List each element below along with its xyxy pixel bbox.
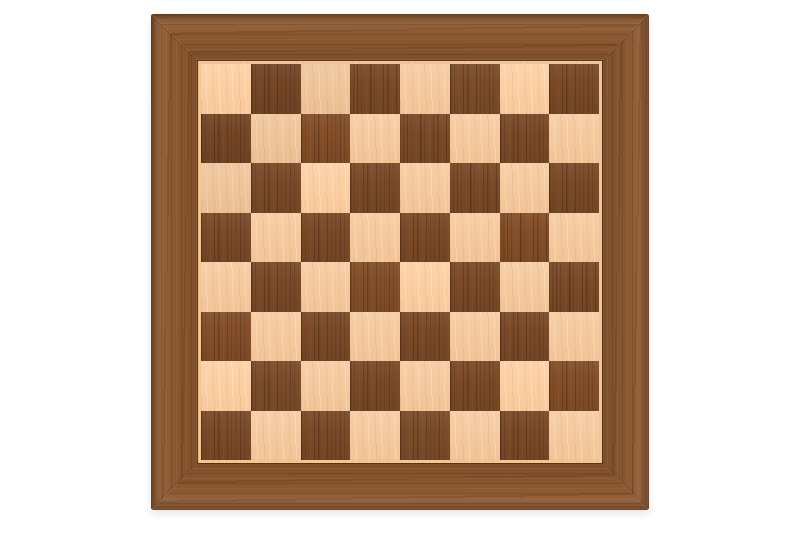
square-b7[interactable] <box>251 114 301 164</box>
square-b8[interactable] <box>251 64 301 114</box>
square-h6[interactable] <box>549 163 599 213</box>
square-d5[interactable] <box>350 213 400 263</box>
square-g3[interactable] <box>500 312 550 362</box>
square-f1[interactable] <box>450 411 500 461</box>
square-a3[interactable] <box>201 312 251 362</box>
square-h5[interactable] <box>549 213 599 263</box>
playing-field <box>201 64 599 460</box>
square-h1[interactable] <box>549 411 599 461</box>
board-frame-left-rail <box>151 14 198 510</box>
square-a5[interactable] <box>201 213 251 263</box>
maple-inlay-border <box>198 61 602 463</box>
square-d1[interactable] <box>350 411 400 461</box>
square-f2[interactable] <box>450 361 500 411</box>
square-d6[interactable] <box>350 163 400 213</box>
square-e1[interactable] <box>400 411 450 461</box>
square-g1[interactable] <box>500 411 550 461</box>
square-f6[interactable] <box>450 163 500 213</box>
square-d2[interactable] <box>350 361 400 411</box>
square-b5[interactable] <box>251 213 301 263</box>
square-h8[interactable] <box>549 64 599 114</box>
square-g2[interactable] <box>500 361 550 411</box>
square-g6[interactable] <box>500 163 550 213</box>
photo-background <box>0 0 800 533</box>
square-c6[interactable] <box>301 163 351 213</box>
square-h3[interactable] <box>549 312 599 362</box>
square-a8[interactable] <box>201 64 251 114</box>
square-h7[interactable] <box>549 114 599 164</box>
square-e7[interactable] <box>400 114 450 164</box>
square-f5[interactable] <box>450 213 500 263</box>
square-a2[interactable] <box>201 361 251 411</box>
chess-board <box>151 14 649 510</box>
square-h4[interactable] <box>549 262 599 312</box>
square-e3[interactable] <box>400 312 450 362</box>
square-b3[interactable] <box>251 312 301 362</box>
square-d4[interactable] <box>350 262 400 312</box>
square-d3[interactable] <box>350 312 400 362</box>
square-b2[interactable] <box>251 361 301 411</box>
square-g8[interactable] <box>500 64 550 114</box>
square-a4[interactable] <box>201 262 251 312</box>
square-c1[interactable] <box>301 411 351 461</box>
square-b6[interactable] <box>251 163 301 213</box>
square-f3[interactable] <box>450 312 500 362</box>
square-f4[interactable] <box>450 262 500 312</box>
square-e4[interactable] <box>400 262 450 312</box>
square-h2[interactable] <box>549 361 599 411</box>
square-a6[interactable] <box>201 163 251 213</box>
square-c5[interactable] <box>301 213 351 263</box>
square-b1[interactable] <box>251 411 301 461</box>
square-g5[interactable] <box>500 213 550 263</box>
square-e6[interactable] <box>400 163 450 213</box>
square-c2[interactable] <box>301 361 351 411</box>
square-f8[interactable] <box>450 64 500 114</box>
square-e2[interactable] <box>400 361 450 411</box>
board-frame-right-rail <box>602 14 649 510</box>
square-g4[interactable] <box>500 262 550 312</box>
square-d7[interactable] <box>350 114 400 164</box>
square-a7[interactable] <box>201 114 251 164</box>
square-b4[interactable] <box>251 262 301 312</box>
square-e8[interactable] <box>400 64 450 114</box>
square-e5[interactable] <box>400 213 450 263</box>
square-c3[interactable] <box>301 312 351 362</box>
square-a1[interactable] <box>201 411 251 461</box>
square-f7[interactable] <box>450 114 500 164</box>
square-g7[interactable] <box>500 114 550 164</box>
board-frame-bottom-rail <box>151 463 649 510</box>
square-c4[interactable] <box>301 262 351 312</box>
square-d8[interactable] <box>350 64 400 114</box>
square-c8[interactable] <box>301 64 351 114</box>
square-c7[interactable] <box>301 114 351 164</box>
board-frame-top-rail <box>151 14 649 61</box>
